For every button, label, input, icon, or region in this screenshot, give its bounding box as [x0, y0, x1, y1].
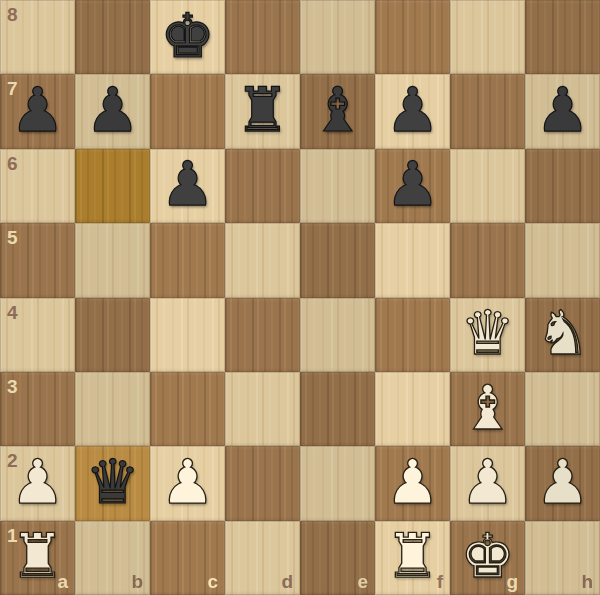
square-a2[interactable]: 2♟ — [0, 446, 75, 520]
square-f7[interactable]: ♟ — [375, 74, 450, 148]
chess-app: 8♚7♟♟♜♝♟♟6♟♟54♛♞3♝2♟♛♟♟♟♟1a♜bcdef♜g♚h — [0, 0, 600, 595]
square-g5[interactable] — [450, 223, 525, 297]
square-c8[interactable]: ♚ — [150, 0, 225, 74]
square-e6[interactable] — [300, 149, 375, 223]
square-d7[interactable]: ♜ — [225, 74, 300, 148]
white-pawn-piece[interactable]: ♟ — [0, 446, 75, 520]
square-h7[interactable]: ♟ — [525, 74, 600, 148]
chess-board: 8♚7♟♟♜♝♟♟6♟♟54♛♞3♝2♟♛♟♟♟♟1a♜bcdef♜g♚h — [0, 0, 600, 595]
square-e5[interactable] — [300, 223, 375, 297]
file-label-e: e — [357, 571, 368, 593]
rank-label-4: 4 — [7, 302, 18, 324]
square-f3[interactable] — [375, 372, 450, 446]
square-h6[interactable] — [525, 149, 600, 223]
square-h4[interactable]: ♞ — [525, 298, 600, 372]
black-pawn-piece[interactable]: ♟ — [150, 149, 225, 223]
square-a3[interactable]: 3 — [0, 372, 75, 446]
square-c5[interactable] — [150, 223, 225, 297]
file-label-c: c — [207, 571, 218, 593]
square-d5[interactable] — [225, 223, 300, 297]
white-king-piece[interactable]: ♚ — [450, 521, 525, 595]
square-f4[interactable] — [375, 298, 450, 372]
black-queen-piece[interactable]: ♛ — [75, 446, 150, 520]
white-pawn-piece[interactable]: ♟ — [375, 446, 450, 520]
square-d4[interactable] — [225, 298, 300, 372]
square-c3[interactable] — [150, 372, 225, 446]
black-pawn-piece[interactable]: ♟ — [375, 74, 450, 148]
square-e8[interactable] — [300, 0, 375, 74]
square-e3[interactable] — [300, 372, 375, 446]
square-b8[interactable] — [75, 0, 150, 74]
square-h3[interactable] — [525, 372, 600, 446]
square-c7[interactable] — [150, 74, 225, 148]
rank-label-6: 6 — [7, 153, 18, 175]
white-pawn-piece[interactable]: ♟ — [150, 446, 225, 520]
square-a1[interactable]: 1a♜ — [0, 521, 75, 595]
square-e7[interactable]: ♝ — [300, 74, 375, 148]
square-c4[interactable] — [150, 298, 225, 372]
square-f1[interactable]: f♜ — [375, 521, 450, 595]
square-c6[interactable]: ♟ — [150, 149, 225, 223]
square-h5[interactable] — [525, 223, 600, 297]
square-f5[interactable] — [375, 223, 450, 297]
black-pawn-piece[interactable]: ♟ — [525, 74, 600, 148]
rank-label-5: 5 — [7, 227, 18, 249]
square-c2[interactable]: ♟ — [150, 446, 225, 520]
black-rook-piece[interactable]: ♜ — [225, 74, 300, 148]
square-g2[interactable]: ♟ — [450, 446, 525, 520]
square-b5[interactable] — [75, 223, 150, 297]
file-label-b: b — [131, 571, 143, 593]
white-rook-piece[interactable]: ♜ — [375, 521, 450, 595]
square-d8[interactable] — [225, 0, 300, 74]
square-b7[interactable]: ♟ — [75, 74, 150, 148]
square-a7[interactable]: 7♟ — [0, 74, 75, 148]
square-d3[interactable] — [225, 372, 300, 446]
square-b1[interactable]: b — [75, 521, 150, 595]
square-a6[interactable]: 6 — [0, 149, 75, 223]
square-g7[interactable] — [450, 74, 525, 148]
square-e1[interactable]: e — [300, 521, 375, 595]
square-e2[interactable] — [300, 446, 375, 520]
white-pawn-piece[interactable]: ♟ — [525, 446, 600, 520]
rank-label-3: 3 — [7, 376, 18, 398]
square-g3[interactable]: ♝ — [450, 372, 525, 446]
black-bishop-piece[interactable]: ♝ — [300, 74, 375, 148]
square-g1[interactable]: g♚ — [450, 521, 525, 595]
square-e4[interactable] — [300, 298, 375, 372]
black-pawn-piece[interactable]: ♟ — [75, 74, 150, 148]
square-f2[interactable]: ♟ — [375, 446, 450, 520]
square-d6[interactable] — [225, 149, 300, 223]
square-d2[interactable] — [225, 446, 300, 520]
white-queen-piece[interactable]: ♛ — [450, 298, 525, 372]
square-g6[interactable] — [450, 149, 525, 223]
file-label-h: h — [581, 571, 593, 593]
black-pawn-piece[interactable]: ♟ — [0, 74, 75, 148]
file-label-d: d — [281, 571, 293, 593]
square-a8[interactable]: 8 — [0, 0, 75, 74]
square-b2[interactable]: ♛ — [75, 446, 150, 520]
square-h8[interactable] — [525, 0, 600, 74]
white-rook-piece[interactable]: ♜ — [0, 521, 75, 595]
square-a5[interactable]: 5 — [0, 223, 75, 297]
rank-label-8: 8 — [7, 4, 18, 26]
square-a4[interactable]: 4 — [0, 298, 75, 372]
square-g8[interactable] — [450, 0, 525, 74]
square-h1[interactable]: h — [525, 521, 600, 595]
square-b3[interactable] — [75, 372, 150, 446]
white-pawn-piece[interactable]: ♟ — [450, 446, 525, 520]
black-pawn-piece[interactable]: ♟ — [375, 149, 450, 223]
square-f6[interactable]: ♟ — [375, 149, 450, 223]
square-b6[interactable] — [75, 149, 150, 223]
white-bishop-piece[interactable]: ♝ — [450, 372, 525, 446]
square-b4[interactable] — [75, 298, 150, 372]
square-g4[interactable]: ♛ — [450, 298, 525, 372]
white-knight-piece[interactable]: ♞ — [525, 298, 600, 372]
square-h2[interactable]: ♟ — [525, 446, 600, 520]
square-d1[interactable]: d — [225, 521, 300, 595]
square-f8[interactable] — [375, 0, 450, 74]
square-c1[interactable]: c — [150, 521, 225, 595]
black-king-piece[interactable]: ♚ — [150, 0, 225, 74]
